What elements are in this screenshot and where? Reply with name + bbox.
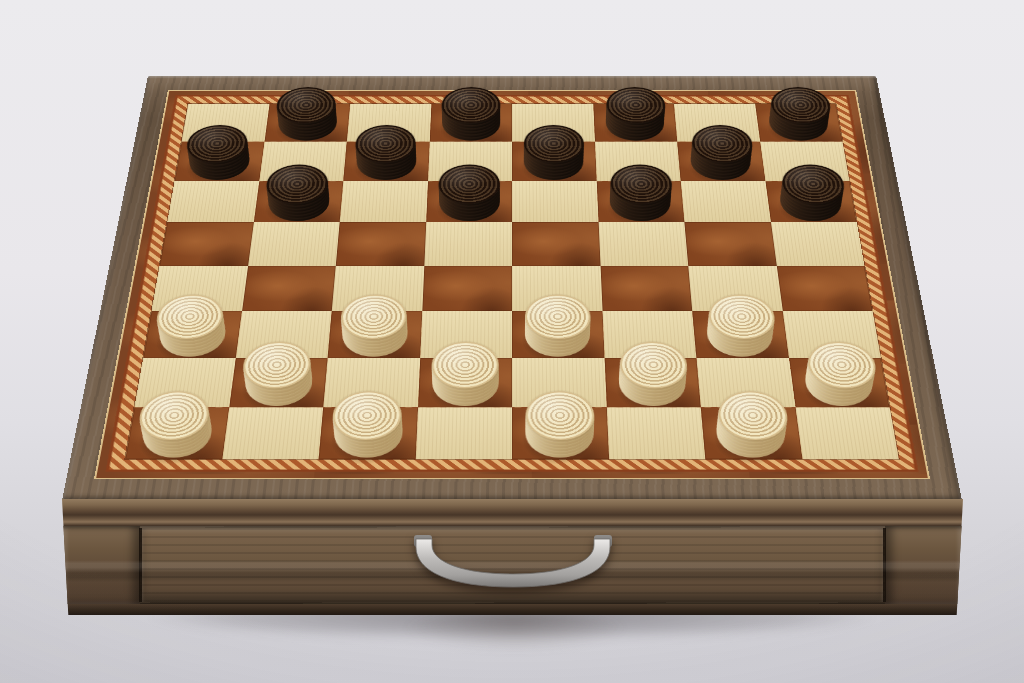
light-checker-piece[interactable] [243,359,314,406]
board-scene [62,76,962,500]
board-cell-r1c4[interactable] [429,104,512,142]
board-cell-r3c4[interactable] [426,181,512,222]
handle-floor-shadow [400,612,630,652]
light-checker-piece[interactable] [139,409,214,458]
dark-checker-piece[interactable] [276,105,338,141]
board-cell-r2c7[interactable] [677,142,765,182]
board-cell-r8c4[interactable] [415,407,512,459]
cabinet-lip-molding [62,499,963,526]
light-checker-piece[interactable] [618,359,687,406]
dark-checker-piece[interactable] [609,182,672,221]
board-cell-r1c6[interactable] [593,104,677,142]
piece-top-rings [438,165,500,204]
piece-top-rings [605,87,666,123]
cabinet-left-cap [62,526,140,604]
board-cell-r5c4[interactable] [422,266,512,311]
board-cell-r3c8[interactable] [765,181,857,222]
board-cell-r4c4[interactable] [424,223,512,266]
board-cell-r4c6[interactable] [598,223,688,266]
board-cell-r7c8[interactable] [789,358,890,407]
board-cell-r4c7[interactable] [684,223,776,266]
board-cell-r3c7[interactable] [681,181,771,222]
piece-top-rings [525,294,591,339]
board-cell-r1c8[interactable] [755,104,843,142]
board-cell-r6c3[interactable] [328,311,422,358]
board-cell-r8c3[interactable] [319,407,418,459]
board-cell-r5c2[interactable] [242,266,336,311]
board-cell-r4c2[interactable] [248,223,340,266]
cabinet-right-cap [885,526,963,604]
board-cell-r3c6[interactable] [596,181,684,222]
cabinet-bottom-rail [62,604,963,615]
light-checker-piece[interactable] [715,409,788,458]
dark-checker-piece[interactable] [438,182,499,221]
board-cell-r6c1[interactable] [143,311,241,358]
board-cell-r5c6[interactable] [600,266,692,311]
piece-top-rings [526,391,596,440]
checkerboard-grid [125,104,899,459]
board-cell-r4c8[interactable] [771,223,865,266]
board-cell-r7c2[interactable] [229,358,328,407]
zigzag-inlay-border [107,96,916,471]
board-cell-r2c1[interactable] [175,142,265,182]
light-checker-piece[interactable] [333,409,404,458]
board-cell-r8c8[interactable] [795,407,899,459]
light-checker-piece[interactable] [525,312,591,357]
board-cell-r6c7[interactable] [692,311,788,358]
dark-checker-piece[interactable] [266,182,331,221]
dark-checker-piece[interactable] [187,143,252,180]
photo-stage [0,0,1024,683]
piece-top-rings [431,342,499,389]
board-cell-r8c1[interactable] [125,407,229,459]
light-checker-piece[interactable] [431,359,498,406]
burl-margin [94,90,930,480]
cabinet-front [62,499,963,615]
dark-checker-piece[interactable] [605,105,665,141]
drawer-seam-right [883,528,886,602]
drawer-handle[interactable] [407,535,619,593]
board-cell-r1c2[interactable] [264,104,350,142]
board-cell-r5c8[interactable] [776,266,872,311]
board-cell-r4c5[interactable] [512,223,600,266]
board-cell-r6c5[interactable] [512,311,604,358]
dark-checker-piece[interactable] [767,105,831,141]
board-cell-r3c3[interactable] [340,181,428,222]
dark-checker-piece[interactable] [777,182,844,221]
drawer-seam-left [139,528,142,602]
piece-top-rings [524,125,585,162]
light-checker-piece[interactable] [802,359,876,406]
light-checker-piece[interactable] [341,312,409,357]
dark-checker-piece[interactable] [689,143,752,180]
board-cell-r2c3[interactable] [343,142,429,182]
board-cell-r8c5[interactable] [512,407,609,459]
board-cell-r2c5[interactable] [512,142,596,182]
dark-checker-piece[interactable] [441,105,500,141]
dark-checker-piece[interactable] [356,143,418,180]
board-frame [62,76,962,500]
light-checker-piece[interactable] [526,409,595,458]
light-checker-piece[interactable] [705,312,775,357]
board-cell-r7c4[interactable] [418,358,512,407]
board-cell-r8c6[interactable] [606,407,705,459]
board-cell-r3c2[interactable] [253,181,343,222]
board-cell-r4c1[interactable] [160,223,254,266]
board-cell-r4c3[interactable] [336,223,426,266]
board-cell-r3c5[interactable] [512,181,598,222]
board-cell-r8c2[interactable] [222,407,323,459]
drawer-handle-icon [407,535,619,593]
board-cell-r3c1[interactable] [167,181,259,222]
light-checker-piece[interactable] [157,312,229,357]
piece-top-rings [441,87,500,123]
dark-checker-piece[interactable] [524,143,584,180]
board-cell-r8c7[interactable] [701,407,802,459]
board-cell-r7c6[interactable] [604,358,701,407]
